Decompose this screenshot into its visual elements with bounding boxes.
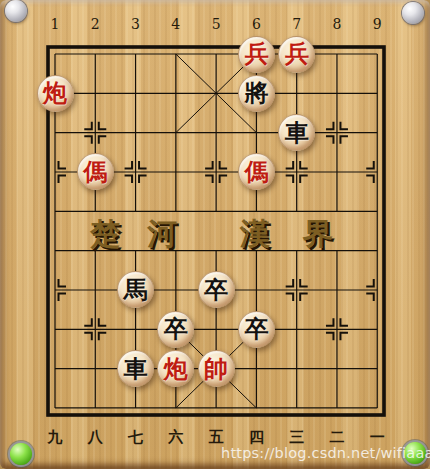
river-character: 界 [302,216,333,251]
piece-red-general[interactable]: 帥 [198,350,235,387]
piece-character: 車 [285,121,309,145]
piece-black-general[interactable]: 將 [238,75,275,112]
piece-character: 傌 [244,160,268,184]
piece-character: 車 [124,357,148,381]
river-character: 漢 [239,216,270,251]
piece-character: 將 [244,81,268,105]
corner-screw-top-left-icon [5,0,27,22]
piece-character: 馬 [124,278,148,302]
piece-black-soldier[interactable]: 卒 [198,271,235,308]
piece-black-chariot[interactable]: 車 [117,350,154,387]
piece-character: 卒 [244,317,268,341]
piece-character: 傌 [83,160,107,184]
piece-character: 兵 [244,42,268,66]
xiangqi-app-window: 楚楚河河漢漢界界 123456789九八七六五四三二一 兵兵炮將車傌傌馬卒卒卒車… [0,0,430,469]
piece-black-soldier[interactable]: 卒 [157,311,194,348]
piece-character: 炮 [43,81,67,105]
piece-red-soldier[interactable]: 兵 [238,36,275,73]
watermark: https://blog.csdn.net/wifiaaa [221,445,429,461]
corner-screw-bottom-left-icon [10,443,32,465]
river-character: 河 [146,216,177,251]
river-character: 楚 [89,216,121,251]
piece-red-cannon[interactable]: 炮 [37,75,74,112]
piece-character: 帥 [204,357,228,381]
piece-black-soldier[interactable]: 卒 [238,311,275,348]
piece-character: 炮 [164,357,188,381]
piece-character: 卒 [204,278,228,302]
piece-character: 兵 [285,42,309,66]
corner-screw-top-right-icon [402,2,424,24]
piece-character: 卒 [164,317,188,341]
piece-red-horse[interactable]: 傌 [77,153,114,190]
piece-red-soldier[interactable]: 兵 [278,36,315,73]
xiangqi-board[interactable]: 楚楚河河漢漢界界 [0,0,430,469]
